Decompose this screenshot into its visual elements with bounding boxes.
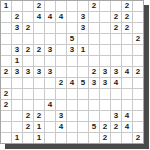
cell-r0c8-clue[interactable]: 2 [89, 1, 99, 11]
cell-r12c1-clue[interactable]: 1 [12, 133, 22, 143]
cell-r5c8[interactable] [89, 56, 99, 66]
cell-r2c9[interactable] [100, 23, 110, 33]
cell-r6c1-clue[interactable]: 3 [12, 67, 22, 77]
cell-r7c11[interactable] [122, 78, 132, 88]
cell-r11c6[interactable] [67, 122, 77, 132]
cell-r0c3-clue[interactable]: 2 [34, 1, 44, 11]
cell-r2c7-clue[interactable]: 3 [78, 23, 88, 33]
cell-r9c10[interactable] [111, 100, 121, 110]
cell-r10c4[interactable] [45, 111, 55, 121]
cell-r6c2-clue[interactable]: 3 [23, 67, 33, 77]
cell-r10c6[interactable] [67, 111, 77, 121]
cell-r3c12-clue[interactable]: 2 [133, 34, 143, 44]
cell-r5c12[interactable] [133, 56, 143, 66]
cell-r1c12[interactable] [133, 12, 143, 22]
cell-r3c3[interactable] [34, 34, 44, 44]
cell-r3c9[interactable] [100, 34, 110, 44]
cell-r1c5-clue[interactable]: 4 [56, 12, 66, 22]
cell-r3c8[interactable] [89, 34, 99, 44]
cell-r0c2[interactable] [23, 1, 33, 11]
cell-r10c10-clue[interactable]: 3 [111, 111, 121, 121]
cell-r9c12[interactable] [133, 100, 143, 110]
cell-r3c4[interactable] [45, 34, 55, 44]
cell-r7c10-clue[interactable]: 4 [111, 78, 121, 88]
cell-r4c1-clue[interactable]: 3 [12, 45, 22, 55]
cell-r6c4-clue[interactable]: 3 [45, 67, 55, 77]
cell-r9c4-clue[interactable]: 4 [45, 100, 55, 110]
cell-r4c12[interactable] [133, 45, 143, 55]
cell-r6c10-clue[interactable]: 3 [111, 67, 121, 77]
cell-r9c9[interactable] [100, 100, 110, 110]
cell-r12c12-clue[interactable]: 2 [133, 133, 143, 143]
cell-r1c7-clue[interactable]: 3 [78, 12, 88, 22]
cell-r0c7[interactable] [78, 1, 88, 11]
cell-r11c3-clue[interactable]: 1 [34, 122, 44, 132]
cell-r2c1-clue[interactable]: 3 [12, 23, 22, 33]
cell-r5c6[interactable] [67, 56, 77, 66]
cell-r5c5[interactable] [56, 56, 66, 66]
cell-r3c6-clue[interactable]: 5 [67, 34, 77, 44]
cell-r12c7[interactable] [78, 133, 88, 143]
cell-r6c12-clue[interactable]: 2 [133, 67, 143, 77]
cell-r10c3-clue[interactable]: 2 [34, 111, 44, 121]
cell-r4c9[interactable] [100, 45, 110, 55]
cell-r9c0-clue[interactable]: 2 [1, 100, 11, 110]
cell-r9c7[interactable] [78, 100, 88, 110]
cell-r4c2-clue[interactable]: 2 [23, 45, 33, 55]
cell-r4c6-clue[interactable]: 3 [67, 45, 77, 55]
cell-r4c11[interactable] [122, 45, 132, 55]
cell-r3c11[interactable] [122, 34, 132, 44]
cell-r2c2-clue[interactable]: 2 [23, 23, 33, 33]
cell-r7c8-clue[interactable]: 3 [89, 78, 99, 88]
cell-r0c6[interactable] [67, 1, 77, 11]
cell-r6c3-clue[interactable]: 3 [34, 67, 44, 77]
cell-r4c5[interactable] [56, 45, 66, 55]
cell-r9c6[interactable] [67, 100, 77, 110]
cell-r11c7[interactable] [78, 122, 88, 132]
cell-r10c12[interactable] [133, 111, 143, 121]
cell-r0c9[interactable] [100, 1, 110, 11]
cell-r1c11-clue[interactable]: 2 [122, 12, 132, 22]
cell-r6c9-clue[interactable]: 3 [100, 67, 110, 77]
cell-r12c4[interactable] [45, 133, 55, 143]
cell-r10c8[interactable] [89, 111, 99, 121]
cell-r2c6[interactable] [67, 23, 77, 33]
cell-r7c5-clue[interactable]: 2 [56, 78, 66, 88]
cell-r6c5[interactable] [56, 67, 66, 77]
cell-r11c8-clue[interactable]: 5 [89, 122, 99, 132]
cell-r0c10[interactable] [111, 1, 121, 11]
cell-r2c8[interactable] [89, 23, 99, 33]
cell-r4c4-clue[interactable]: 3 [45, 45, 55, 55]
cell-r6c8-clue[interactable]: 2 [89, 67, 99, 77]
cell-r5c3[interactable] [34, 56, 44, 66]
cell-r4c3-clue[interactable]: 2 [34, 45, 44, 55]
puzzle-board: 1222244432232322523223311233332334224533… [0, 0, 144, 144]
puzzle-page: 1222244432232322523223311233332334224533… [0, 0, 150, 150]
cell-r6c7[interactable] [78, 67, 88, 77]
cell-r3c10[interactable] [111, 34, 121, 44]
cell-r7c9-clue[interactable]: 3 [100, 78, 110, 88]
cell-r0c1[interactable] [12, 1, 22, 11]
cell-r5c7[interactable] [78, 56, 88, 66]
cell-r10c5-clue[interactable]: 3 [56, 111, 66, 121]
cell-r5c10[interactable] [111, 56, 121, 66]
cell-r1c4-clue[interactable]: 4 [45, 12, 55, 22]
cell-r1c9[interactable] [100, 12, 110, 22]
cell-r9c2[interactable] [23, 100, 33, 110]
cell-r10c7[interactable] [78, 111, 88, 121]
cell-r5c9[interactable] [100, 56, 110, 66]
cell-r12c2[interactable] [23, 133, 33, 143]
cell-r7c12[interactable] [133, 78, 143, 88]
cell-r12c5[interactable] [56, 133, 66, 143]
cell-r12c9-clue[interactable]: 2 [100, 133, 110, 143]
cell-r0c5[interactable] [56, 1, 66, 11]
cell-r8c7[interactable] [78, 89, 88, 99]
cell-r8c2[interactable] [23, 89, 33, 99]
cell-r3c1[interactable] [12, 34, 22, 44]
cell-r12c8[interactable] [89, 133, 99, 143]
cell-r0c12[interactable] [133, 1, 143, 11]
cell-r8c11[interactable] [122, 89, 132, 99]
cell-r7c2[interactable] [23, 78, 33, 88]
cell-r1c3-clue[interactable]: 4 [34, 12, 44, 22]
cell-r8c4[interactable] [45, 89, 55, 99]
cell-r0c4[interactable] [45, 1, 55, 11]
cell-r3c7[interactable] [78, 34, 88, 44]
cell-r5c0[interactable] [1, 56, 11, 66]
cell-r11c9-clue[interactable]: 2 [100, 122, 110, 132]
cell-r10c0[interactable] [1, 111, 11, 121]
cell-r11c5-clue[interactable]: 4 [56, 122, 66, 132]
cell-r11c0[interactable] [1, 122, 11, 132]
cell-r8c0-clue[interactable]: 2 [1, 89, 11, 99]
cell-r4c10[interactable] [111, 45, 121, 55]
cell-r12c10[interactable] [111, 133, 121, 143]
cell-r9c8[interactable] [89, 100, 99, 110]
cell-r9c11[interactable] [122, 100, 132, 110]
cell-r1c8[interactable] [89, 12, 99, 22]
cell-r7c4[interactable] [45, 78, 55, 88]
cell-r11c11-clue[interactable]: 4 [122, 122, 132, 132]
cell-r3c5[interactable] [56, 34, 66, 44]
cell-r2c4[interactable] [45, 23, 55, 33]
cell-r7c1[interactable] [12, 78, 22, 88]
cell-r7c3[interactable] [34, 78, 44, 88]
cell-r6c6[interactable] [67, 67, 77, 77]
cell-r11c4[interactable] [45, 122, 55, 132]
cell-r8c9[interactable] [100, 89, 110, 99]
cell-r2c10-clue[interactable]: 2 [111, 23, 121, 33]
cell-r8c6[interactable] [67, 89, 77, 99]
cell-r4c7-clue[interactable]: 1 [78, 45, 88, 55]
cell-r10c9[interactable] [100, 111, 110, 121]
cell-r8c10[interactable] [111, 89, 121, 99]
cell-r7c0[interactable] [1, 78, 11, 88]
cell-r1c6[interactable] [67, 12, 77, 22]
cell-r1c0[interactable] [1, 12, 11, 22]
cell-r12c11[interactable] [122, 133, 132, 143]
cell-r4c8[interactable] [89, 45, 99, 55]
cell-r5c1-clue[interactable]: 1 [12, 56, 22, 66]
cell-r11c12[interactable] [133, 122, 143, 132]
cell-r2c0[interactable] [1, 23, 11, 33]
cell-r7c6-clue[interactable]: 4 [67, 78, 77, 88]
cell-r11c10-clue[interactable]: 2 [111, 122, 121, 132]
cell-r1c10-clue[interactable]: 2 [111, 12, 121, 22]
cell-r2c12[interactable] [133, 23, 143, 33]
cell-r8c1[interactable] [12, 89, 22, 99]
cell-r2c3[interactable] [34, 23, 44, 33]
cell-r1c2[interactable] [23, 12, 33, 22]
cell-r2c5[interactable] [56, 23, 66, 33]
cell-r8c12[interactable] [133, 89, 143, 99]
cell-r8c5[interactable] [56, 89, 66, 99]
cell-r11c2-clue[interactable]: 2 [23, 122, 33, 132]
cell-r5c2[interactable] [23, 56, 33, 66]
cell-r5c4[interactable] [45, 56, 55, 66]
cell-r10c1[interactable] [12, 111, 22, 121]
cell-r10c11-clue[interactable]: 4 [122, 111, 132, 121]
cell-r8c8[interactable] [89, 89, 99, 99]
cell-r7c7-clue[interactable]: 5 [78, 78, 88, 88]
cell-r12c0[interactable] [1, 133, 11, 143]
cell-r12c3-clue[interactable]: 1 [34, 133, 44, 143]
cell-r10c2-clue[interactable]: 2 [23, 111, 33, 121]
cell-r5c11[interactable] [122, 56, 132, 66]
cell-r6c0-clue[interactable]: 2 [1, 67, 11, 77]
cell-r6c11-clue[interactable]: 4 [122, 67, 132, 77]
cell-r1c1-clue[interactable]: 2 [12, 12, 22, 22]
cell-r9c5[interactable] [56, 100, 66, 110]
cell-r2c11-clue[interactable]: 2 [122, 23, 132, 33]
cell-r12c6[interactable] [67, 133, 77, 143]
cell-r4c0[interactable] [1, 45, 11, 55]
cell-r0c11-clue[interactable]: 2 [122, 1, 132, 11]
cell-r9c3[interactable] [34, 100, 44, 110]
cell-r9c1[interactable] [12, 100, 22, 110]
cell-r11c1[interactable] [12, 122, 22, 132]
cell-r0c0-clue[interactable]: 1 [1, 1, 11, 11]
cell-r3c2[interactable] [23, 34, 33, 44]
cell-r8c3[interactable] [34, 89, 44, 99]
cell-r3c0[interactable] [1, 34, 11, 44]
